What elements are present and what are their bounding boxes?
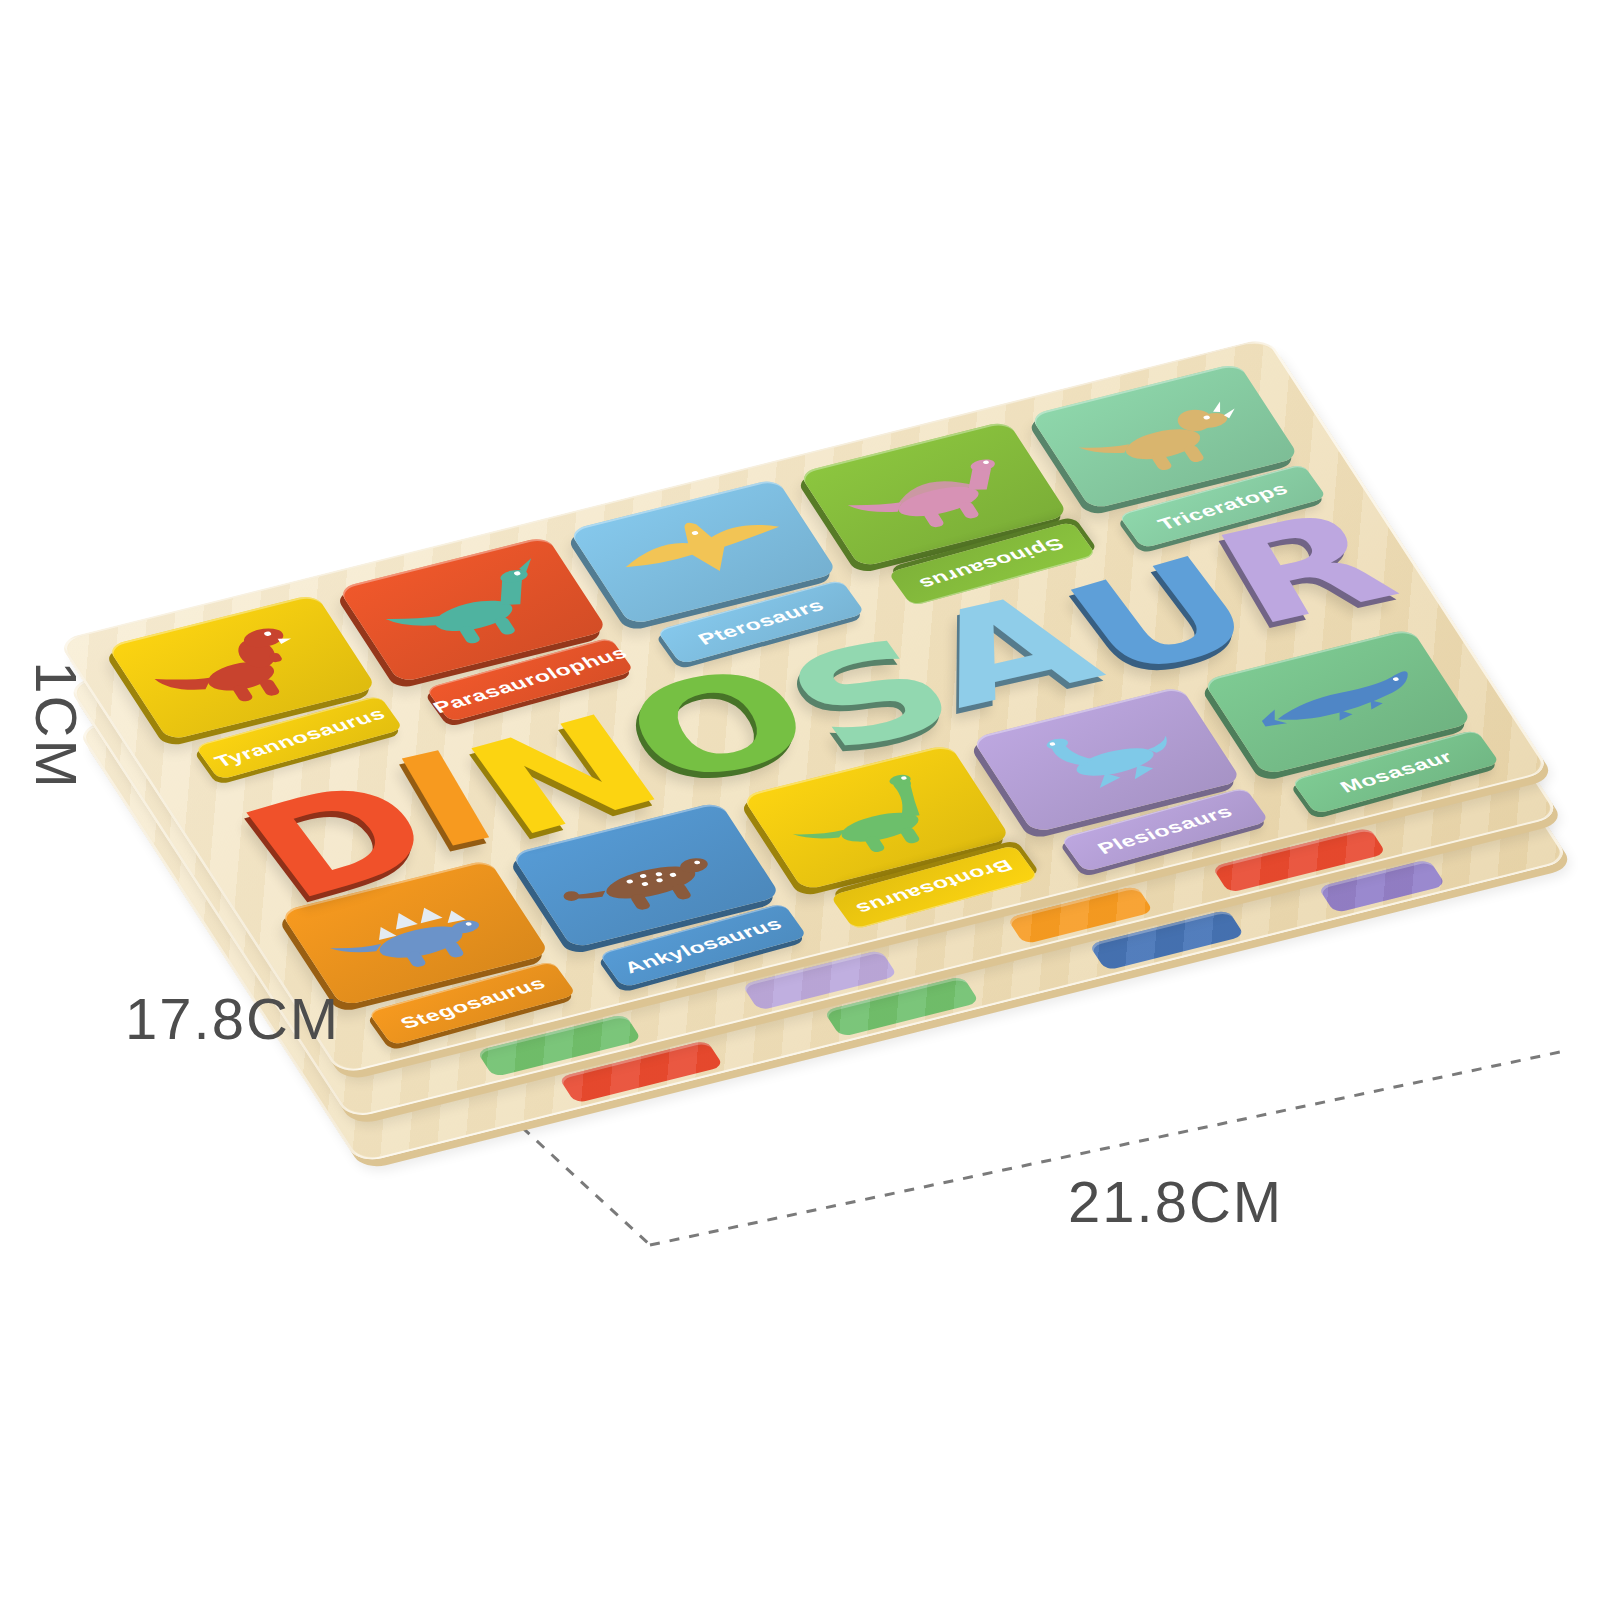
height-dimension-label: 1CM — [23, 661, 90, 789]
triceratops-icon — [1052, 376, 1277, 496]
parasaurolophus-icon — [360, 550, 585, 670]
width-dimension-label: 21.8CM — [1068, 1168, 1283, 1235]
plaque-label: Mosasaur — [1335, 747, 1456, 796]
tyrannosaurus-icon — [130, 607, 355, 727]
pterosaurs-icon — [591, 492, 816, 612]
spinosaurus-icon — [822, 434, 1047, 554]
depth-dimension-label: 17.8CM — [125, 985, 340, 1052]
